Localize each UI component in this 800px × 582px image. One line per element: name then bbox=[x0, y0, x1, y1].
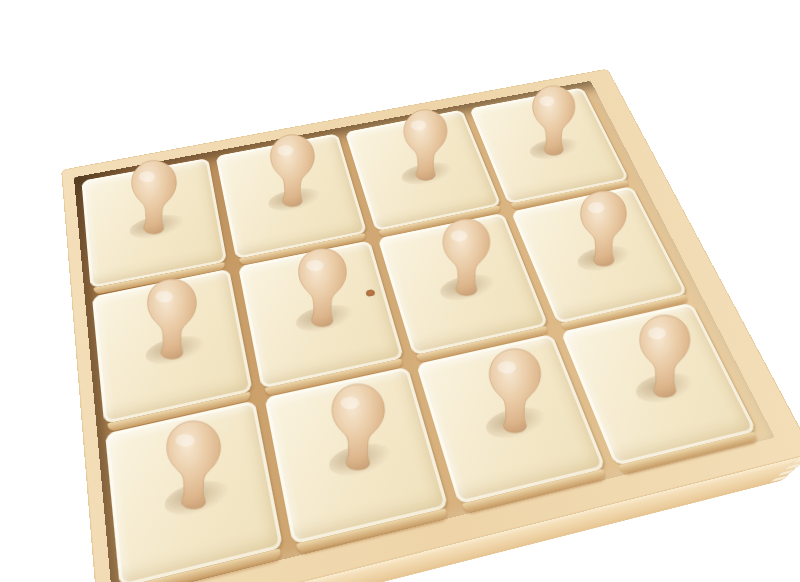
scene bbox=[0, 0, 800, 582]
knob-handle[interactable] bbox=[399, 108, 451, 182]
knob-handle[interactable] bbox=[635, 313, 695, 399]
knob-handle[interactable] bbox=[438, 217, 494, 297]
wood-knot bbox=[365, 289, 375, 297]
photo-background bbox=[0, 0, 800, 582]
knob-handle[interactable] bbox=[327, 382, 390, 472]
knob-handle[interactable] bbox=[484, 347, 545, 435]
knob-handle[interactable] bbox=[127, 159, 181, 236]
tile-r3c1[interactable] bbox=[105, 400, 283, 582]
knob-handle[interactable] bbox=[577, 189, 632, 268]
knob-handle[interactable] bbox=[294, 247, 352, 329]
knob-handle[interactable] bbox=[528, 85, 579, 157]
tile-r3c2[interactable] bbox=[264, 367, 448, 545]
tile-r1c1[interactable] bbox=[81, 158, 226, 288]
finger-joint bbox=[770, 475, 788, 482]
knob-handle[interactable] bbox=[162, 419, 226, 511]
tile-r2c4[interactable] bbox=[511, 186, 688, 324]
tile-r1c2[interactable] bbox=[215, 133, 366, 259]
knob-handle[interactable] bbox=[266, 133, 319, 208]
wooden-tray bbox=[61, 69, 800, 582]
tile-r2c2[interactable] bbox=[238, 240, 404, 388]
tile-r2c1[interactable] bbox=[92, 269, 253, 424]
knob-handle[interactable] bbox=[143, 277, 201, 360]
